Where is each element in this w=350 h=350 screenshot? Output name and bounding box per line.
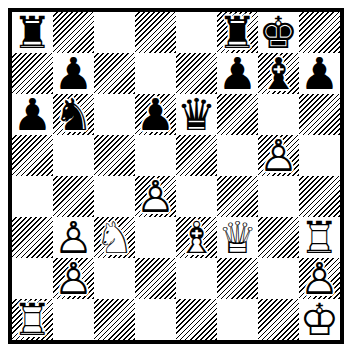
- piece-glyph: ♙: [54, 258, 93, 299]
- piece-glyph: ♛: [177, 94, 216, 135]
- piece-glyph: ♟: [136, 94, 175, 135]
- black-pawn-piece: ♟♟: [136, 94, 175, 135]
- square-d8[interactable]: [135, 12, 176, 53]
- square-a8[interactable]: ♜♜: [12, 12, 53, 53]
- black-knight-piece: ♞♞: [54, 94, 93, 135]
- black-king-piece: ♚♚: [259, 12, 298, 53]
- square-g3[interactable]: [258, 217, 299, 258]
- square-h3[interactable]: ♜♖: [299, 217, 340, 258]
- square-g4[interactable]: [258, 176, 299, 217]
- square-f2[interactable]: [217, 258, 258, 299]
- square-g5[interactable]: ♟♙: [258, 135, 299, 176]
- square-h8[interactable]: [299, 12, 340, 53]
- white-pawn-piece: ♟♙: [136, 176, 175, 217]
- square-e8[interactable]: [176, 12, 217, 53]
- square-c6[interactable]: [94, 94, 135, 135]
- white-pawn-piece: ♟♙: [259, 135, 298, 176]
- black-pawn-piece: ♟♟: [54, 53, 93, 94]
- square-a3[interactable]: [12, 217, 53, 258]
- piece-glyph: ♟: [54, 53, 93, 94]
- square-h6[interactable]: [299, 94, 340, 135]
- black-queen-piece: ♛♛: [177, 94, 216, 135]
- piece-glyph: ♗: [177, 217, 216, 258]
- piece-glyph: ♔: [300, 299, 339, 340]
- square-f3[interactable]: ♛♕: [217, 217, 258, 258]
- square-d1[interactable]: [135, 299, 176, 340]
- square-h2[interactable]: ♟♙: [299, 258, 340, 299]
- square-g1[interactable]: [258, 299, 299, 340]
- piece-glyph: ♟: [300, 53, 339, 94]
- white-queen-piece: ♛♕: [218, 217, 257, 258]
- piece-glyph: ♙: [300, 258, 339, 299]
- square-e2[interactable]: [176, 258, 217, 299]
- square-d4[interactable]: ♟♙: [135, 176, 176, 217]
- square-c7[interactable]: [94, 53, 135, 94]
- white-bishop-piece: ♝♗: [177, 217, 216, 258]
- square-f5[interactable]: [217, 135, 258, 176]
- piece-glyph: ♟: [13, 94, 52, 135]
- black-pawn-piece: ♟♟: [13, 94, 52, 135]
- square-a7[interactable]: [12, 53, 53, 94]
- white-king-piece: ♚♔: [300, 299, 339, 340]
- black-pawn-piece: ♟♟: [300, 53, 339, 94]
- square-b8[interactable]: [53, 12, 94, 53]
- white-pawn-piece: ♟♙: [300, 258, 339, 299]
- square-b6[interactable]: ♞♞: [53, 94, 94, 135]
- square-a2[interactable]: [12, 258, 53, 299]
- white-rook-piece: ♜♖: [300, 217, 339, 258]
- square-b5[interactable]: [53, 135, 94, 176]
- square-e1[interactable]: [176, 299, 217, 340]
- square-d3[interactable]: [135, 217, 176, 258]
- square-f7[interactable]: ♟♟: [217, 53, 258, 94]
- square-b2[interactable]: ♟♙: [53, 258, 94, 299]
- square-g8[interactable]: ♚♚: [258, 12, 299, 53]
- square-g7[interactable]: ♝♝: [258, 53, 299, 94]
- square-f6[interactable]: [217, 94, 258, 135]
- square-e7[interactable]: [176, 53, 217, 94]
- piece-glyph: ♜: [218, 12, 257, 53]
- black-rook-piece: ♜♜: [218, 12, 257, 53]
- piece-glyph: ♜: [13, 12, 52, 53]
- square-e3[interactable]: ♝♗: [176, 217, 217, 258]
- black-bishop-piece: ♝♝: [259, 53, 298, 94]
- square-d5[interactable]: [135, 135, 176, 176]
- square-f8[interactable]: ♜♜: [217, 12, 258, 53]
- chess-board: ♜♜♜♜♚♚♟♟♟♟♝♝♟♟♟♟♞♞♟♟♛♛♟♙♟♙♟♙♞♘♝♗♛♕♜♖♟♙♟♙…: [12, 12, 340, 340]
- square-a4[interactable]: [12, 176, 53, 217]
- piece-glyph: ♝: [259, 53, 298, 94]
- square-b1[interactable]: [53, 299, 94, 340]
- piece-glyph: ♙: [136, 176, 175, 217]
- square-c2[interactable]: [94, 258, 135, 299]
- square-g2[interactable]: [258, 258, 299, 299]
- square-a5[interactable]: [12, 135, 53, 176]
- square-d7[interactable]: [135, 53, 176, 94]
- piece-glyph: ♙: [259, 135, 298, 176]
- square-a1[interactable]: ♜♖: [12, 299, 53, 340]
- chess-board-frame: ♜♜♜♜♚♚♟♟♟♟♝♝♟♟♟♟♞♞♟♟♛♛♟♙♟♙♟♙♞♘♝♗♛♕♜♖♟♙♟♙…: [8, 8, 344, 344]
- square-e4[interactable]: [176, 176, 217, 217]
- square-c4[interactable]: [94, 176, 135, 217]
- square-e5[interactable]: [176, 135, 217, 176]
- square-d6[interactable]: ♟♟: [135, 94, 176, 135]
- square-h7[interactable]: ♟♟: [299, 53, 340, 94]
- square-f4[interactable]: [217, 176, 258, 217]
- square-b7[interactable]: ♟♟: [53, 53, 94, 94]
- square-a6[interactable]: ♟♟: [12, 94, 53, 135]
- square-h1[interactable]: ♚♔: [299, 299, 340, 340]
- square-c8[interactable]: [94, 12, 135, 53]
- square-c5[interactable]: [94, 135, 135, 176]
- piece-glyph: ♕: [218, 217, 257, 258]
- square-c3[interactable]: ♞♘: [94, 217, 135, 258]
- piece-glyph: ♟: [218, 53, 257, 94]
- piece-glyph: ♚: [259, 12, 298, 53]
- piece-glyph: ♖: [300, 217, 339, 258]
- white-pawn-piece: ♟♙: [54, 217, 93, 258]
- piece-glyph: ♞: [54, 94, 93, 135]
- square-b3[interactable]: ♟♙: [53, 217, 94, 258]
- square-d2[interactable]: [135, 258, 176, 299]
- black-rook-piece: ♜♜: [13, 12, 52, 53]
- square-h5[interactable]: [299, 135, 340, 176]
- white-rook-piece: ♜♖: [13, 299, 52, 340]
- square-h4[interactable]: [299, 176, 340, 217]
- piece-glyph: ♙: [54, 217, 93, 258]
- square-c1[interactable]: [94, 299, 135, 340]
- piece-glyph: ♘: [95, 217, 134, 258]
- square-e6[interactable]: ♛♛: [176, 94, 217, 135]
- square-f1[interactable]: [217, 299, 258, 340]
- white-pawn-piece: ♟♙: [54, 258, 93, 299]
- square-g6[interactable]: [258, 94, 299, 135]
- piece-glyph: ♖: [13, 299, 52, 340]
- white-knight-piece: ♞♘: [95, 217, 134, 258]
- square-b4[interactable]: [53, 176, 94, 217]
- black-pawn-piece: ♟♟: [218, 53, 257, 94]
